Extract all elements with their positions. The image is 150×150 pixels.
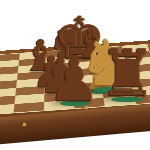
chess-set-photo: ♝♞♚♝♟♝♟♞♜♟: [0, 0, 150, 150]
brass-dot: [23, 123, 26, 126]
piece-dark-rook: ♜: [95, 41, 150, 105]
piece-dark-pawn: ♟: [45, 51, 103, 109]
square: [0, 104, 14, 115]
square: [13, 102, 44, 113]
